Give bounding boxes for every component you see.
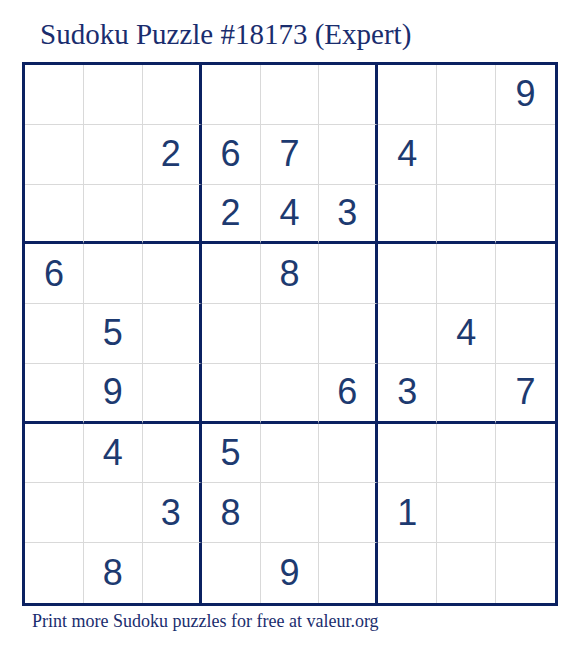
cell-r7c5 bbox=[261, 424, 320, 484]
cell-r3c9 bbox=[496, 185, 555, 245]
cell-r2c6 bbox=[319, 125, 378, 185]
cell-r6c4 bbox=[202, 364, 261, 424]
cell-r5c2: 5 bbox=[84, 304, 143, 364]
sudoku-page: Sudoku Puzzle #18173 (Expert) 9267424368… bbox=[0, 0, 580, 651]
cell-r2c3: 2 bbox=[143, 125, 202, 185]
cell-r5c1 bbox=[25, 304, 84, 364]
cell-r8c4: 8 bbox=[202, 483, 261, 543]
cell-r2c9 bbox=[496, 125, 555, 185]
footer-text: Print more Sudoku puzzles for free at va… bbox=[32, 611, 379, 632]
cell-r2c7: 4 bbox=[378, 125, 437, 185]
cell-r9c7 bbox=[378, 543, 437, 603]
cell-r3c4: 2 bbox=[202, 185, 261, 245]
cell-r3c1 bbox=[25, 185, 84, 245]
cell-r5c8: 4 bbox=[437, 304, 496, 364]
cell-r3c2 bbox=[84, 185, 143, 245]
cell-r1c8 bbox=[437, 65, 496, 125]
cell-r8c6 bbox=[319, 483, 378, 543]
cell-r7c6 bbox=[319, 424, 378, 484]
cell-r8c7: 1 bbox=[378, 483, 437, 543]
cell-r2c4: 6 bbox=[202, 125, 261, 185]
cell-r7c8 bbox=[437, 424, 496, 484]
cell-r9c8 bbox=[437, 543, 496, 603]
cell-r9c5: 9 bbox=[261, 543, 320, 603]
cell-r6c7: 3 bbox=[378, 364, 437, 424]
cell-r2c8 bbox=[437, 125, 496, 185]
cell-r6c1 bbox=[25, 364, 84, 424]
cell-r2c5: 7 bbox=[261, 125, 320, 185]
cell-r4c6 bbox=[319, 244, 378, 304]
cell-r5c5 bbox=[261, 304, 320, 364]
cell-r4c9 bbox=[496, 244, 555, 304]
cell-r2c1 bbox=[25, 125, 84, 185]
cell-r3c6: 3 bbox=[319, 185, 378, 245]
cell-r4c8 bbox=[437, 244, 496, 304]
cell-r9c2: 8 bbox=[84, 543, 143, 603]
cell-r8c1 bbox=[25, 483, 84, 543]
cell-r7c4: 5 bbox=[202, 424, 261, 484]
cell-r1c6 bbox=[319, 65, 378, 125]
cell-r1c5 bbox=[261, 65, 320, 125]
cell-r3c7 bbox=[378, 185, 437, 245]
cell-r9c4 bbox=[202, 543, 261, 603]
cell-r8c8 bbox=[437, 483, 496, 543]
cell-r7c3 bbox=[143, 424, 202, 484]
cell-r9c3 bbox=[143, 543, 202, 603]
cell-r1c9: 9 bbox=[496, 65, 555, 125]
cell-r8c9 bbox=[496, 483, 555, 543]
cell-r3c8 bbox=[437, 185, 496, 245]
cell-r9c1 bbox=[25, 543, 84, 603]
cell-r2c2 bbox=[84, 125, 143, 185]
cell-r7c2: 4 bbox=[84, 424, 143, 484]
cell-r7c7 bbox=[378, 424, 437, 484]
cell-r4c5: 8 bbox=[261, 244, 320, 304]
cell-r8c5 bbox=[261, 483, 320, 543]
cell-r3c5: 4 bbox=[261, 185, 320, 245]
cell-r1c2 bbox=[84, 65, 143, 125]
cell-r6c9: 7 bbox=[496, 364, 555, 424]
cell-r5c3 bbox=[143, 304, 202, 364]
cell-r6c3 bbox=[143, 364, 202, 424]
cell-r5c4 bbox=[202, 304, 261, 364]
cell-r6c8 bbox=[437, 364, 496, 424]
cell-r6c2: 9 bbox=[84, 364, 143, 424]
cell-r4c1: 6 bbox=[25, 244, 84, 304]
cell-r4c7 bbox=[378, 244, 437, 304]
cell-r1c4 bbox=[202, 65, 261, 125]
cell-r6c5 bbox=[261, 364, 320, 424]
cell-r1c1 bbox=[25, 65, 84, 125]
cell-r8c2 bbox=[84, 483, 143, 543]
cell-r5c6 bbox=[319, 304, 378, 364]
cell-r4c4 bbox=[202, 244, 261, 304]
cell-r8c3: 3 bbox=[143, 483, 202, 543]
cell-r7c1 bbox=[25, 424, 84, 484]
cell-r4c3 bbox=[143, 244, 202, 304]
cell-r1c7 bbox=[378, 65, 437, 125]
cell-r5c7 bbox=[378, 304, 437, 364]
cell-r4c2 bbox=[84, 244, 143, 304]
cell-r1c3 bbox=[143, 65, 202, 125]
cell-r9c9 bbox=[496, 543, 555, 603]
cell-r9c6 bbox=[319, 543, 378, 603]
page-title: Sudoku Puzzle #18173 (Expert) bbox=[40, 18, 411, 51]
cell-r6c6: 6 bbox=[319, 364, 378, 424]
cell-r5c9 bbox=[496, 304, 555, 364]
cell-r7c9 bbox=[496, 424, 555, 484]
cell-r3c3 bbox=[143, 185, 202, 245]
sudoku-board: 92674243685496374538189 bbox=[22, 62, 558, 606]
